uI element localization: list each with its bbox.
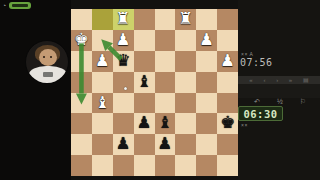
square[interactable] (113, 155, 134, 176)
square[interactable]: ♟ (196, 30, 217, 51)
white-pawn-b2[interactable]: ♟ (196, 30, 217, 51)
black-pawn-e6[interactable]: ♟ (134, 113, 155, 134)
chess-board[interactable]: ♜♜♚♟♟♟♛♟♝♝♟♝♚♟♟ (71, 9, 238, 176)
game-actions: ↶ ½ ⚐ (254, 97, 306, 106)
webcam-avatar (25, 40, 69, 84)
nav-next-icon[interactable]: › (276, 76, 278, 84)
square[interactable] (217, 93, 238, 114)
square[interactable]: ♝ (155, 113, 176, 134)
square[interactable] (134, 93, 155, 114)
square[interactable] (175, 113, 196, 134)
square[interactable] (155, 93, 176, 114)
nav-first-icon[interactable]: « (249, 76, 252, 84)
square[interactable] (113, 113, 134, 134)
square[interactable] (71, 155, 92, 176)
square[interactable]: ♛ (113, 51, 134, 72)
white-pawn-a3[interactable]: ♟ (217, 51, 238, 72)
move-list (238, 84, 320, 98)
square[interactable]: ♜ (175, 9, 196, 30)
clock-icon: ◔ (2, 2, 9, 9)
square[interactable] (196, 113, 217, 134)
nav-menu-icon[interactable]: ▤ (303, 76, 309, 84)
white-rook-f1[interactable]: ♜ (113, 9, 134, 30)
square[interactable]: ♚ (71, 30, 92, 51)
square[interactable] (71, 134, 92, 155)
player-clock-active: 06:30 (238, 106, 283, 121)
square[interactable]: ♟ (217, 51, 238, 72)
square[interactable] (92, 72, 113, 93)
square[interactable] (134, 9, 155, 30)
square[interactable] (71, 9, 92, 30)
square[interactable] (134, 51, 155, 72)
square[interactable] (196, 155, 217, 176)
player-clock-time: 06:30 (243, 108, 277, 120)
white-pawn-g3[interactable]: ♟ (92, 51, 113, 72)
square[interactable] (113, 93, 134, 114)
stream-frame: ◔ ♜♜♚♟♟♟♛♟♝♝♟♝♚♟♟ ×× A 07:56 « ‹ › » ▤ ↶… (0, 0, 320, 180)
square[interactable] (175, 93, 196, 114)
black-queen-f3[interactable]: ♛ (113, 51, 134, 72)
square[interactable] (71, 93, 92, 114)
square[interactable] (71, 72, 92, 93)
white-rook-c1[interactable]: ♜ (175, 9, 196, 30)
square[interactable] (217, 9, 238, 30)
square[interactable]: ♜ (113, 9, 134, 30)
square[interactable] (175, 134, 196, 155)
square[interactable]: ♝ (134, 72, 155, 93)
move-nav-bar: « ‹ › » ▤ (238, 76, 320, 84)
square[interactable] (155, 9, 176, 30)
square[interactable] (175, 30, 196, 51)
square[interactable] (217, 72, 238, 93)
square[interactable] (92, 9, 113, 30)
square[interactable] (155, 72, 176, 93)
square[interactable]: ♟ (155, 134, 176, 155)
black-pawn-d7[interactable]: ♟ (155, 134, 176, 155)
nav-last-icon[interactable]: » (289, 76, 292, 84)
stream-badge (9, 2, 31, 9)
square[interactable] (92, 134, 113, 155)
square[interactable]: ♟ (113, 30, 134, 51)
square[interactable] (175, 51, 196, 72)
nav-prev-icon[interactable]: ‹ (263, 76, 265, 84)
square[interactable] (217, 155, 238, 176)
square[interactable] (134, 155, 155, 176)
square[interactable] (92, 30, 113, 51)
opponent-clock: 07:56 (240, 57, 273, 68)
resign-icon[interactable]: ⚐ (300, 97, 306, 106)
avatar-face (39, 49, 57, 66)
white-bishop-g5[interactable]: ♝ (92, 93, 113, 114)
square[interactable] (196, 134, 217, 155)
black-pawn-f7[interactable]: ♟ (113, 134, 134, 155)
white-king-h2[interactable]: ♚ (71, 30, 92, 51)
square[interactable] (71, 51, 92, 72)
square[interactable] (155, 155, 176, 176)
square[interactable] (92, 155, 113, 176)
draw-offer-icon[interactable]: ½ (277, 97, 283, 106)
avatar-eye (50, 56, 52, 58)
avatar-shirt-print (43, 72, 53, 77)
square[interactable]: ♝ (92, 93, 113, 114)
square[interactable] (196, 9, 217, 30)
square[interactable] (134, 30, 155, 51)
square[interactable] (155, 30, 176, 51)
square[interactable] (175, 155, 196, 176)
white-pawn-f2[interactable]: ♟ (113, 30, 134, 51)
square[interactable]: ♟ (92, 51, 113, 72)
black-king-a6[interactable]: ♚ (217, 113, 238, 134)
square[interactable]: ♟ (134, 113, 155, 134)
game-side-panel: ×× A 07:56 « ‹ › » ▤ ↶ ½ ⚐ 06:30 ×× (238, 0, 320, 180)
square[interactable]: ♟ (113, 134, 134, 155)
square[interactable]: ♚ (217, 113, 238, 134)
stream-left-zone (0, 0, 71, 180)
player-name: ×× (241, 122, 248, 128)
square[interactable] (196, 72, 217, 93)
avatar-eye (43, 56, 45, 58)
square[interactable] (113, 72, 134, 93)
takeback-icon[interactable]: ↶ (254, 97, 260, 106)
black-bishop-d6[interactable]: ♝ (155, 113, 176, 134)
square[interactable] (217, 134, 238, 155)
stream-badge-text (12, 4, 28, 7)
square[interactable] (175, 72, 196, 93)
black-bishop-e4[interactable]: ♝ (134, 72, 155, 93)
square[interactable] (217, 30, 238, 51)
square[interactable] (134, 134, 155, 155)
square[interactable] (71, 113, 92, 134)
mouse-cursor-dot (124, 87, 127, 90)
square[interactable] (196, 51, 217, 72)
square[interactable] (196, 93, 217, 114)
square[interactable] (92, 113, 113, 134)
square[interactable] (155, 51, 176, 72)
